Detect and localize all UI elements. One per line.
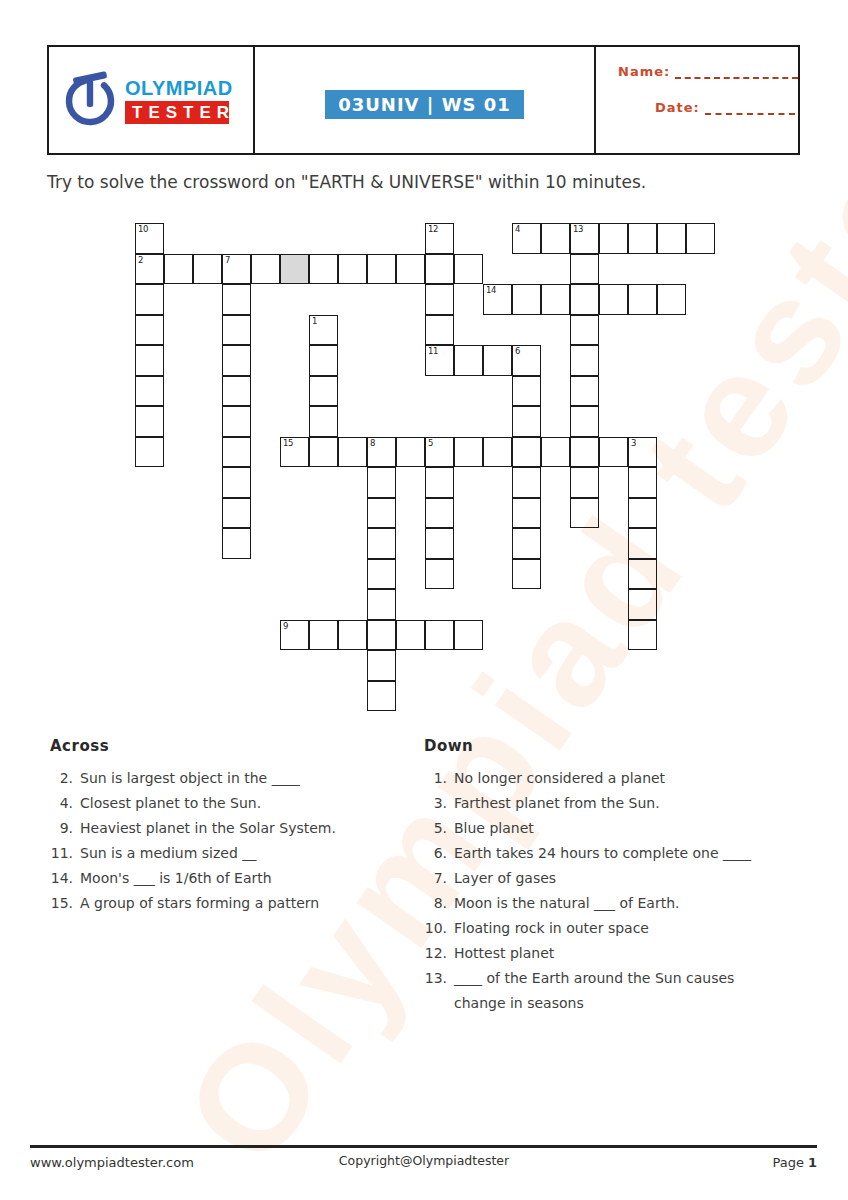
grid-cell-r7c5[interactable]: 15	[280, 437, 309, 468]
name-date-section: Name: Date:	[596, 47, 798, 153]
grid-cell-r9c3[interactable]	[222, 498, 251, 529]
clue-text: Heaviest planet in the Solar System.	[80, 816, 336, 841]
across-clues-column: Across 2.Sun is largest object in the __…	[50, 737, 400, 916]
grid-cell-r2c13[interactable]	[512, 284, 541, 315]
clue-text: Hottest planet	[454, 941, 554, 966]
logo-wordmark: OLYMPIAD TESTER	[125, 77, 229, 124]
grid-cell-r1c7[interactable]	[338, 254, 367, 285]
grid-cell-r9c10[interactable]	[425, 498, 454, 529]
footer-copyright: Copyright@Olympiadtester	[0, 1153, 848, 1168]
grid-cell-r0c0[interactable]: 10	[135, 223, 164, 254]
grid-cell-r1c9[interactable]	[396, 254, 425, 285]
grid-cell-r4c13[interactable]: 6	[512, 345, 541, 376]
grid-cell-r0c19[interactable]	[686, 223, 715, 254]
clue-number-13: 13	[573, 224, 583, 234]
grid-cell-r13c17[interactable]	[628, 620, 657, 651]
grid-cell-r0c13[interactable]: 4	[512, 223, 541, 254]
grid-cell-r4c3[interactable]	[222, 345, 251, 376]
clue-num-label: 15.	[50, 891, 73, 916]
down-clue-list: 1.No longer considered a planet3.Farthes…	[424, 766, 824, 1016]
grid-cell-r15c8[interactable]	[367, 681, 396, 712]
clue-num-label: 5.	[424, 816, 447, 841]
grid-cell-r7c7[interactable]	[338, 437, 367, 468]
clue-num-label: 4.	[50, 791, 73, 816]
worksheet-code-badge: 03UNIV | WS 01	[325, 90, 524, 119]
grid-cell-r7c6[interactable]	[309, 437, 338, 468]
grid-cell-r0c16[interactable]	[599, 223, 628, 254]
grid-cell-r10c8[interactable]	[367, 528, 396, 559]
grid-cell-r1c3[interactable]: 7	[222, 254, 251, 285]
down-clue-5: 5.Blue planet	[424, 816, 824, 841]
grid-cell-r2c17[interactable]	[628, 284, 657, 315]
clue-num-label: 11.	[50, 841, 73, 866]
grid-cell-r7c10[interactable]: 5	[425, 437, 454, 468]
across-clue-15: 15.A group of stars forming a pattern	[50, 891, 400, 916]
grid-cell-r8c17[interactable]	[628, 467, 657, 498]
clue-num-label: 8.	[424, 891, 447, 916]
clue-text: No longer considered a planet	[454, 766, 665, 791]
grid-cell-r1c6[interactable]	[309, 254, 338, 285]
grid-cell-r7c12[interactable]	[483, 437, 512, 468]
grid-cell-r1c4[interactable]	[251, 254, 280, 285]
grid-cell-r6c15[interactable]	[570, 406, 599, 437]
footer-rule	[30, 1145, 817, 1148]
logo-olympiad-text: OLYMPIAD	[125, 77, 229, 99]
down-clues-column: Down 1.No longer considered a planet3.Fa…	[424, 737, 824, 1016]
grid-cell-r13c11[interactable]	[454, 620, 483, 651]
grid-cell-r6c3[interactable]	[222, 406, 251, 437]
down-title: Down	[424, 737, 824, 755]
grid-cell-r13c10[interactable]	[425, 620, 454, 651]
grid-cell-r13c6[interactable]	[309, 620, 338, 651]
grid-cell-r7c3[interactable]	[222, 437, 251, 468]
grid-cell-r13c5[interactable]: 9	[280, 620, 309, 651]
grid-cell-r2c14[interactable]	[541, 284, 570, 315]
clue-number-8: 8	[370, 438, 375, 448]
grid-cell-r0c14[interactable]	[541, 223, 570, 254]
clue-num-label: 1.	[424, 766, 447, 791]
power-t-logo-icon	[59, 67, 121, 133]
grid-cell-r1c8[interactable]	[367, 254, 396, 285]
grid-cell-r5c15[interactable]	[570, 376, 599, 407]
down-clue-1: 1.No longer considered a planet	[424, 766, 824, 791]
grid-cell-r5c13[interactable]	[512, 376, 541, 407]
grid-cell-r6c13[interactable]	[512, 406, 541, 437]
grid-cell-r5c3[interactable]	[222, 376, 251, 407]
grid-cell-r13c8[interactable]	[367, 620, 396, 651]
grid-cell-r3c0[interactable]	[135, 315, 164, 346]
clue-text: ____ of the Earth around the Sun causes …	[454, 966, 786, 1016]
down-clue-3: 3.Farthest planet from the Sun.	[424, 791, 824, 816]
clue-number-14: 14	[486, 285, 496, 295]
grid-cell-r8c8[interactable]	[367, 467, 396, 498]
name-label: Name:	[618, 64, 670, 79]
grid-cell-r8c10[interactable]	[425, 467, 454, 498]
clue-text: Moon's ___ is 1/6th of Earth	[80, 866, 272, 891]
across-clue-4: 4.Closest planet to the Sun.	[50, 791, 400, 816]
grid-cell-r11c17[interactable]	[628, 559, 657, 590]
clue-text: Earth takes 24 hours to complete one ___…	[454, 841, 751, 866]
clue-number-7: 7	[225, 255, 230, 265]
logo: OLYMPIAD TESTER	[49, 47, 255, 153]
down-clue-8: 8.Moon is the natural ___ of Earth.	[424, 891, 824, 916]
clue-text: Layer of gases	[454, 866, 556, 891]
grid-cell-r4c11[interactable]	[454, 345, 483, 376]
instruction-text: Try to solve the crossword on "EARTH & U…	[47, 172, 646, 192]
clue-text: Sun is largest object in the ____	[80, 766, 300, 791]
clue-number-3: 3	[631, 438, 636, 448]
grid-cell-r0c17[interactable]	[628, 223, 657, 254]
grid-cell-r1c2[interactable]	[193, 254, 222, 285]
grid-cell-r13c7[interactable]	[338, 620, 367, 651]
clue-number-1: 1	[312, 316, 317, 326]
grid-cell-r2c3[interactable]	[222, 284, 251, 315]
down-clue-7: 7.Layer of gases	[424, 866, 824, 891]
grid-cell-r0c15[interactable]: 13	[570, 223, 599, 254]
grid-cell-r1c15[interactable]	[570, 254, 599, 285]
grid-cell-r3c6[interactable]: 1	[309, 315, 338, 346]
grid-cell-r2c12[interactable]: 14	[483, 284, 512, 315]
grid-cell-r8c13[interactable]	[512, 467, 541, 498]
grid-cell-r2c15[interactable]	[570, 284, 599, 315]
clue-number-15: 15	[283, 438, 293, 448]
clue-num-label: 2.	[50, 766, 73, 791]
grid-cell-r2c10[interactable]	[425, 284, 454, 315]
grid-cell-r1c10[interactable]	[425, 254, 454, 285]
clue-number-6: 6	[515, 346, 520, 356]
grid-cell-r9c8[interactable]	[367, 498, 396, 529]
grid-cell-r3c3[interactable]	[222, 315, 251, 346]
grid-cell-r12c17[interactable]	[628, 589, 657, 620]
grid-cell-r7c14[interactable]	[541, 437, 570, 468]
clue-num-label: 14.	[50, 866, 73, 891]
grid-cell-r10c10[interactable]	[425, 528, 454, 559]
name-input-line[interactable]	[675, 65, 798, 79]
grid-cell-r14c8[interactable]	[367, 650, 396, 681]
grid-cell-r7c15[interactable]	[570, 437, 599, 468]
grid-cell-r9c17[interactable]	[628, 498, 657, 529]
grid-cell-r2c18[interactable]	[657, 284, 686, 315]
grid-cell-r4c6[interactable]	[309, 345, 338, 376]
footer-page: Page1	[772, 1155, 817, 1170]
page-number: 1	[808, 1155, 817, 1170]
grid-cell-r4c15[interactable]	[570, 345, 599, 376]
clue-number-10: 10	[138, 224, 148, 234]
grid-cell-r7c17[interactable]: 3	[628, 437, 657, 468]
clue-num-label: 12.	[424, 941, 447, 966]
across-clue-11: 11.Sun is a medium sized __	[50, 841, 400, 866]
clue-number-4: 4	[515, 224, 520, 234]
clue-text: Closest planet to the Sun.	[80, 791, 261, 816]
grid-cell-r0c18[interactable]	[657, 223, 686, 254]
down-clue-13: 13.____ of the Earth around the Sun caus…	[424, 966, 824, 1016]
clue-text: Blue planet	[454, 816, 534, 841]
grid-cell-r10c13[interactable]	[512, 528, 541, 559]
grid-cell-r11c10[interactable]	[425, 559, 454, 590]
grid-cell-r10c3[interactable]	[222, 528, 251, 559]
across-title: Across	[50, 737, 400, 755]
page-label: Page	[772, 1155, 803, 1170]
clue-num-label: 6.	[424, 841, 447, 866]
grid-cell-r12c8[interactable]	[367, 589, 396, 620]
grid-cell-r11c13[interactable]	[512, 559, 541, 590]
clue-text: Floating rock in outer space	[454, 916, 649, 941]
grid-cell-r1c1[interactable]	[164, 254, 193, 285]
grid-cell-r3c15[interactable]	[570, 315, 599, 346]
grid-cell-r3c10[interactable]	[425, 315, 454, 346]
clue-num-label: 3.	[424, 791, 447, 816]
grid-cell-r13c9[interactable]	[396, 620, 425, 651]
clue-number-11: 11	[428, 346, 438, 356]
grid-cell-r7c13[interactable]	[512, 437, 541, 468]
grid-cell-r0c10[interactable]: 12	[425, 223, 454, 254]
clue-number-2: 2	[138, 255, 143, 265]
grid-cell-r7c0[interactable]	[135, 437, 164, 468]
down-clue-6: 6.Earth takes 24 hours to complete one _…	[424, 841, 824, 866]
clue-number-9: 9	[283, 621, 288, 631]
clue-num-label: 9.	[50, 816, 73, 841]
grid-cell-r2c16[interactable]	[599, 284, 628, 315]
grid-cell-r11c8[interactable]	[367, 559, 396, 590]
across-clue-2: 2.Sun is largest object in the ____	[50, 766, 400, 791]
header-box: OLYMPIAD TESTER 03UNIV | WS 01 Name: Dat…	[47, 45, 800, 155]
clue-num-label: 10.	[424, 916, 447, 941]
clue-num-label: 13.	[424, 966, 447, 1016]
grid-cell-r1c11[interactable]	[454, 254, 483, 285]
clue-text: Moon is the natural ___ of Earth.	[454, 891, 679, 916]
date-input-line[interactable]	[705, 101, 795, 115]
grid-cell-r10c17[interactable]	[628, 528, 657, 559]
grid-cell-r7c9[interactable]	[396, 437, 425, 468]
grid-cell-r7c11[interactable]	[454, 437, 483, 468]
clue-number-12: 12	[428, 224, 438, 234]
date-label: Date:	[655, 100, 700, 115]
grid-cell-r9c13[interactable]	[512, 498, 541, 529]
clue-number-5: 5	[428, 438, 433, 448]
clue-text: Farthest planet from the Sun.	[454, 791, 660, 816]
clue-text: Sun is a medium sized __	[80, 841, 256, 866]
grid-cell-r7c16[interactable]	[599, 437, 628, 468]
clue-num-label: 7.	[424, 866, 447, 891]
grid-cell-r8c3[interactable]	[222, 467, 251, 498]
grid-cell-r2c0[interactable]	[135, 284, 164, 315]
grid-cell-r6c0[interactable]	[135, 406, 164, 437]
down-clue-10: 10.Floating rock in outer space	[424, 916, 824, 941]
grid-cell-r8c15[interactable]	[570, 467, 599, 498]
down-clue-12: 12.Hottest planet	[424, 941, 824, 966]
grid-cell-r6c6[interactable]	[309, 406, 338, 437]
grid-cell-r7c8[interactable]: 8	[367, 437, 396, 468]
across-clue-14: 14.Moon's ___ is 1/6th of Earth	[50, 866, 400, 891]
logo-tester-text: TESTER	[125, 101, 229, 124]
grid-cell-r4c10[interactable]: 11	[425, 345, 454, 376]
grid-cell-r5c6[interactable]	[309, 376, 338, 407]
spacer-cell-r1c5	[280, 254, 309, 285]
grid-cell-r9c15[interactable]	[570, 498, 599, 529]
header-middle-section: 03UNIV | WS 01	[255, 47, 596, 153]
clue-text: A group of stars forming a pattern	[80, 891, 319, 916]
grid-cell-r5c0[interactable]	[135, 376, 164, 407]
across-clue-list: 2.Sun is largest object in the ____4.Clo…	[50, 766, 400, 916]
grid-cell-r4c0[interactable]	[135, 345, 164, 376]
grid-cell-r1c0[interactable]: 2	[135, 254, 164, 285]
across-clue-9: 9.Heaviest planet in the Solar System.	[50, 816, 400, 841]
crossword-grid: 101241327141116158539	[135, 223, 715, 711]
grid-cell-r4c12[interactable]	[483, 345, 512, 376]
